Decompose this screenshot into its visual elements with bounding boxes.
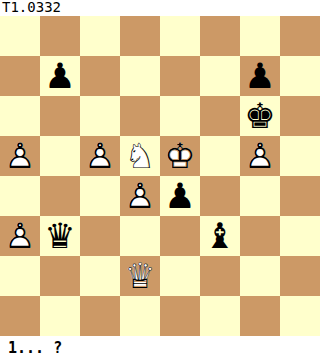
square-f4[interactable] (200, 176, 240, 216)
move-prompt-label: 1... ? (0, 336, 320, 360)
square-g5[interactable]: ♟♙ (240, 136, 280, 176)
square-h5[interactable] (280, 136, 320, 176)
piece-black-pawn: ♟ (160, 176, 200, 216)
square-c3[interactable] (80, 216, 120, 256)
square-f8[interactable] (200, 16, 240, 56)
square-d1[interactable] (120, 296, 160, 336)
square-g2[interactable] (240, 256, 280, 296)
square-g8[interactable] (240, 16, 280, 56)
square-b1[interactable] (40, 296, 80, 336)
square-d6[interactable] (120, 96, 160, 136)
square-e1[interactable] (160, 296, 200, 336)
piece-white-pawn: ♟♙ (0, 216, 40, 256)
chess-board: ♟♟♚♟♙♟♙♞♘♚♔♟♙♟♙♟♟♙♛♝♛♕ (0, 16, 320, 336)
square-h7[interactable] (280, 56, 320, 96)
square-a6[interactable] (0, 96, 40, 136)
square-e2[interactable] (160, 256, 200, 296)
square-d8[interactable] (120, 16, 160, 56)
puzzle-id-label: T1.0332 (0, 0, 320, 16)
piece-white-king: ♚♔ (160, 136, 200, 176)
square-c2[interactable] (80, 256, 120, 296)
square-d5[interactable]: ♞♘ (120, 136, 160, 176)
square-g1[interactable] (240, 296, 280, 336)
square-f5[interactable] (200, 136, 240, 176)
square-e6[interactable] (160, 96, 200, 136)
piece-white-pawn: ♟♙ (80, 136, 120, 176)
square-d4[interactable]: ♟♙ (120, 176, 160, 216)
square-d2[interactable]: ♛♕ (120, 256, 160, 296)
square-d3[interactable] (120, 216, 160, 256)
square-g7[interactable]: ♟ (240, 56, 280, 96)
square-h6[interactable] (280, 96, 320, 136)
square-b8[interactable] (40, 16, 80, 56)
square-f1[interactable] (200, 296, 240, 336)
piece-outline: ♙ (0, 136, 40, 176)
square-c4[interactable] (80, 176, 120, 216)
square-e7[interactable] (160, 56, 200, 96)
square-c5[interactable]: ♟♙ (80, 136, 120, 176)
square-f6[interactable] (200, 96, 240, 136)
piece-outline: ♘ (120, 136, 160, 176)
square-c1[interactable] (80, 296, 120, 336)
piece-white-knight: ♞♘ (120, 136, 160, 176)
square-a3[interactable]: ♟♙ (0, 216, 40, 256)
square-e3[interactable] (160, 216, 200, 256)
square-f7[interactable] (200, 56, 240, 96)
piece-outline: ♙ (120, 176, 160, 216)
square-c6[interactable] (80, 96, 120, 136)
square-f3[interactable]: ♝ (200, 216, 240, 256)
square-a4[interactable] (0, 176, 40, 216)
piece-white-pawn: ♟♙ (120, 176, 160, 216)
piece-outline: ♕ (120, 256, 160, 296)
square-b2[interactable] (40, 256, 80, 296)
square-g3[interactable] (240, 216, 280, 256)
square-a5[interactable]: ♟♙ (0, 136, 40, 176)
square-e5[interactable]: ♚♔ (160, 136, 200, 176)
square-a2[interactable] (0, 256, 40, 296)
square-h4[interactable] (280, 176, 320, 216)
square-f2[interactable] (200, 256, 240, 296)
piece-outline: ♔ (160, 136, 200, 176)
square-b7[interactable]: ♟ (40, 56, 80, 96)
square-c8[interactable] (80, 16, 120, 56)
square-e4[interactable]: ♟ (160, 176, 200, 216)
piece-outline: ♙ (0, 216, 40, 256)
square-c7[interactable] (80, 56, 120, 96)
square-h8[interactable] (280, 16, 320, 56)
square-h2[interactable] (280, 256, 320, 296)
piece-white-queen: ♛♕ (120, 256, 160, 296)
square-a1[interactable] (0, 296, 40, 336)
piece-black-king: ♚ (240, 96, 280, 136)
piece-black-pawn: ♟ (40, 56, 80, 96)
piece-outline: ♙ (80, 136, 120, 176)
square-e8[interactable] (160, 16, 200, 56)
piece-black-pawn: ♟ (240, 56, 280, 96)
square-h1[interactable] (280, 296, 320, 336)
piece-outline: ♙ (240, 136, 280, 176)
piece-white-pawn: ♟♙ (0, 136, 40, 176)
square-b3[interactable]: ♛ (40, 216, 80, 256)
square-b6[interactable] (40, 96, 80, 136)
square-g4[interactable] (240, 176, 280, 216)
square-a7[interactable] (0, 56, 40, 96)
square-d7[interactable] (120, 56, 160, 96)
piece-black-queen: ♛ (40, 216, 80, 256)
piece-black-bishop: ♝ (200, 216, 240, 256)
square-b4[interactable] (40, 176, 80, 216)
piece-white-pawn: ♟♙ (240, 136, 280, 176)
square-h3[interactable] (280, 216, 320, 256)
square-g6[interactable]: ♚ (240, 96, 280, 136)
square-a8[interactable] (0, 16, 40, 56)
square-b5[interactable] (40, 136, 80, 176)
